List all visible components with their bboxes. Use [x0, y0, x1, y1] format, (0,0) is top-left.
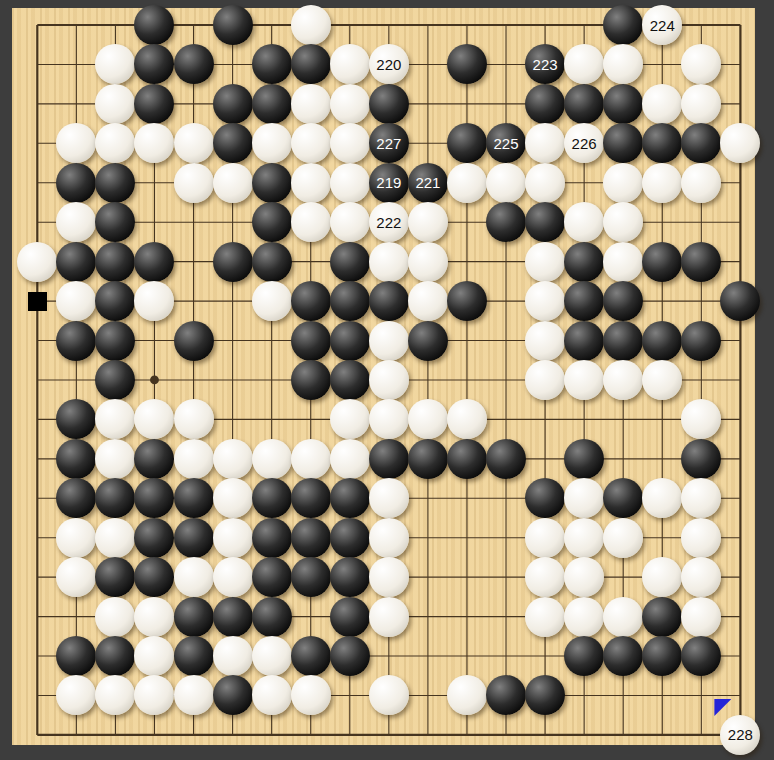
stone-white: [564, 360, 604, 400]
stone-black: [213, 84, 253, 124]
stone-black: [642, 321, 682, 361]
stone-white: [330, 439, 370, 479]
stone-black: [564, 281, 604, 321]
stone-black: [291, 281, 331, 321]
stone-black: [681, 242, 721, 282]
stone-white: [369, 557, 409, 597]
go-game-viewer: 220223224227225226219221222228: [0, 0, 774, 760]
stone-white: [174, 123, 214, 163]
stone-black: [447, 439, 487, 479]
stone-white: [525, 281, 565, 321]
stone-white: [642, 360, 682, 400]
stone-white: [525, 242, 565, 282]
stone-black: [56, 439, 96, 479]
stone-white: [525, 163, 565, 203]
square-marker: [28, 292, 47, 311]
stone-black: [447, 123, 487, 163]
stone-black: [291, 636, 331, 676]
stone-black: [330, 321, 370, 361]
stone-black: [252, 163, 292, 203]
stone-white: [525, 518, 565, 558]
stone-white: [252, 123, 292, 163]
stone-black: [369, 123, 409, 163]
stone-white: [291, 163, 331, 203]
stone-black: [564, 636, 604, 676]
stone-black: [252, 557, 292, 597]
stone-white: [681, 597, 721, 637]
stone-black: [486, 202, 526, 242]
stone-black: [252, 518, 292, 558]
stone-black: [603, 5, 643, 45]
stone-white: [369, 399, 409, 439]
stone-white: [369, 478, 409, 518]
stone-black: [56, 163, 96, 203]
stone-white: [291, 675, 331, 715]
stone-white: [330, 163, 370, 203]
stone-black: [252, 44, 292, 84]
stone-white: [408, 281, 448, 321]
stone-black: [369, 84, 409, 124]
stone-black: [408, 163, 448, 203]
stone-black: [291, 478, 331, 518]
stone-white: [525, 597, 565, 637]
stone-white: [369, 44, 409, 84]
stone-black: [56, 321, 96, 361]
stone-white: [174, 163, 214, 203]
stone-black: [330, 557, 370, 597]
stone-white: [642, 163, 682, 203]
stone-black: [447, 281, 487, 321]
stone-white: [134, 597, 174, 637]
stone-white: [252, 675, 292, 715]
stone-white: [408, 242, 448, 282]
stone-white: [291, 439, 331, 479]
stone-white: [603, 597, 643, 637]
stone-white: [291, 84, 331, 124]
stone-black: [564, 84, 604, 124]
stone-black: [95, 321, 135, 361]
stone-black: [174, 478, 214, 518]
stone-white: [213, 518, 253, 558]
stone-white: [681, 163, 721, 203]
stone-white: [174, 557, 214, 597]
stone-black: [681, 321, 721, 361]
stone-black: [642, 242, 682, 282]
stone-black: [330, 636, 370, 676]
stone-black: [603, 84, 643, 124]
stone-black: [291, 360, 331, 400]
stone-white: [291, 5, 331, 45]
stone-white: [95, 518, 135, 558]
stone-black: [603, 636, 643, 676]
stone-black: [603, 281, 643, 321]
stone-black: [330, 360, 370, 400]
stone-black: [174, 44, 214, 84]
stone-black: [95, 242, 135, 282]
stone-white: [681, 518, 721, 558]
stone-black: [252, 597, 292, 637]
stone-black: [252, 478, 292, 518]
stone-black: [642, 636, 682, 676]
stone-black: [213, 242, 253, 282]
stone-black: [291, 518, 331, 558]
stone-black: [213, 123, 253, 163]
stone-black: [369, 439, 409, 479]
stone-white: [174, 399, 214, 439]
stone-black: [525, 84, 565, 124]
stone-white: [681, 84, 721, 124]
stone-black: [369, 163, 409, 203]
stone-white: [369, 202, 409, 242]
stone-white: [720, 715, 760, 755]
stone-white: [408, 202, 448, 242]
stone-white: [369, 597, 409, 637]
stone-white: [330, 202, 370, 242]
stone-white: [564, 597, 604, 637]
stone-white: [174, 675, 214, 715]
stone-white: [213, 636, 253, 676]
stone-white: [330, 123, 370, 163]
stone-white: [95, 597, 135, 637]
stone-black: [330, 597, 370, 637]
stone-black: [330, 518, 370, 558]
stone-black: [564, 321, 604, 361]
stone-black: [564, 242, 604, 282]
stone-white: [642, 84, 682, 124]
stone-black: [369, 281, 409, 321]
stone-white: [291, 123, 331, 163]
stone-white: [603, 518, 643, 558]
stone-black: [134, 518, 174, 558]
stone-white: [213, 478, 253, 518]
stone-black: [213, 675, 253, 715]
stone-black: [95, 163, 135, 203]
stone-white: [330, 84, 370, 124]
stone-black: [174, 518, 214, 558]
stone-black: [213, 5, 253, 45]
stone-white: [369, 518, 409, 558]
stone-black: [174, 321, 214, 361]
stone-white: [525, 360, 565, 400]
stone-black: [642, 597, 682, 637]
stone-white: [525, 557, 565, 597]
stone-white: [603, 163, 643, 203]
stone-black: [408, 321, 448, 361]
stone-white: [369, 321, 409, 361]
stone-white: [213, 557, 253, 597]
stone-black: [174, 636, 214, 676]
stone-white: [525, 321, 565, 361]
stone-black: [291, 557, 331, 597]
stone-black: [291, 321, 331, 361]
stone-white: [252, 439, 292, 479]
stone-white: [330, 44, 370, 84]
stone-white: [95, 439, 135, 479]
stone-black: [330, 281, 370, 321]
stone-white: [603, 360, 643, 400]
stone-white: [486, 163, 526, 203]
stone-white: [642, 5, 682, 45]
stone-black: [330, 242, 370, 282]
stone-white: [330, 399, 370, 439]
stone-black: [56, 242, 96, 282]
stone-white: [174, 439, 214, 479]
stone-white: [213, 163, 253, 203]
stone-black: [252, 84, 292, 124]
stone-white: [56, 518, 96, 558]
stone-black: [213, 597, 253, 637]
stone-white: [291, 202, 331, 242]
stone-black: [174, 597, 214, 637]
stone-white: [603, 242, 643, 282]
stone-black: [564, 439, 604, 479]
stone-black: [603, 321, 643, 361]
stone-black: [291, 44, 331, 84]
stone-white: [252, 281, 292, 321]
stone-white: [564, 557, 604, 597]
stone-white: [369, 242, 409, 282]
stone-black: [134, 242, 174, 282]
stone-white: [213, 439, 253, 479]
stone-white: [252, 636, 292, 676]
stone-black: [330, 478, 370, 518]
stone-black: [681, 439, 721, 479]
stone-black: [486, 439, 526, 479]
stone-white: [369, 360, 409, 400]
stone-black: [252, 242, 292, 282]
stone-black: [252, 202, 292, 242]
stone-black: [525, 202, 565, 242]
stone-white: [17, 242, 57, 282]
stone-black: [408, 439, 448, 479]
stone-white: [447, 163, 487, 203]
stone-white: [564, 518, 604, 558]
